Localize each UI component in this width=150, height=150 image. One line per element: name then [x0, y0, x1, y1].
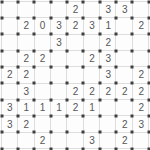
cell-r5c6[interactable] — [83, 67, 99, 83]
cell-r2c9[interactable]: 2 — [133, 17, 149, 33]
cell-r6c1[interactable] — [1, 83, 17, 99]
cell-r3c9[interactable] — [133, 34, 149, 50]
cell-r9c5[interactable] — [67, 133, 83, 149]
cell-r3c1[interactable] — [1, 34, 17, 50]
cell-r7c7[interactable] — [100, 100, 116, 116]
cell-r4c1[interactable] — [1, 50, 17, 66]
cell-r6c9[interactable]: 2 — [133, 83, 149, 99]
cell-r2c7[interactable]: 1 — [100, 17, 116, 33]
cell-r3c8[interactable] — [116, 34, 132, 50]
cell-r8c7[interactable] — [100, 116, 116, 132]
cell-r3c5[interactable] — [67, 34, 83, 50]
cell-r8c1[interactable]: 3 — [1, 116, 17, 132]
cell-r5c8[interactable] — [116, 67, 132, 83]
cell-r4c9[interactable] — [133, 50, 149, 66]
cell-r6c5[interactable]: 2 — [67, 83, 83, 99]
cell-r3c7[interactable]: 2 — [100, 34, 116, 50]
cell-r8c6[interactable] — [83, 116, 99, 132]
cell-r9c1[interactable] — [1, 133, 17, 149]
cell-r5c2[interactable]: 2 — [17, 67, 33, 83]
cell-r1c8[interactable]: 3 — [116, 1, 132, 17]
cell-r9c9[interactable] — [133, 133, 149, 149]
cell-r3c4[interactable]: 3 — [50, 34, 66, 50]
cell-r7c6[interactable]: 1 — [83, 100, 99, 116]
cell-r7c2[interactable]: 1 — [17, 100, 33, 116]
cell-r8c5[interactable] — [67, 116, 83, 132]
cell-r9c6[interactable]: 3 — [83, 133, 99, 149]
cell-r1c2[interactable] — [17, 1, 33, 17]
cell-r2c4[interactable]: 3 — [50, 17, 66, 33]
cell-r4c2[interactable]: 2 — [17, 50, 33, 66]
cell-r8c2[interactable]: 2 — [17, 116, 33, 132]
cell-r4c4[interactable] — [50, 50, 66, 66]
cell-r6c8[interactable]: 2 — [116, 83, 132, 99]
cell-r5c9[interactable]: 2 — [133, 67, 149, 83]
cell-r5c4[interactable] — [50, 67, 66, 83]
cell-r8c8[interactable]: 2 — [116, 116, 132, 132]
cell-r5c3[interactable] — [34, 67, 50, 83]
cell-r2c5[interactable]: 2 — [67, 17, 83, 33]
cell-r4c6[interactable]: 2 — [83, 50, 99, 66]
cell-r3c6[interactable] — [83, 34, 99, 50]
cell-r7c4[interactable]: 1 — [50, 100, 66, 116]
cell-r9c4[interactable] — [50, 133, 66, 149]
cell-r9c2[interactable] — [17, 133, 33, 149]
cell-r1c1[interactable] — [1, 1, 17, 17]
cell-r1c7[interactable]: 3 — [100, 1, 116, 17]
cell-r4c7[interactable]: 3 — [100, 50, 116, 66]
cell-r2c2[interactable]: 2 — [17, 17, 33, 33]
cell-r6c3[interactable] — [34, 83, 50, 99]
cell-r9c3[interactable]: 2 — [34, 133, 50, 149]
cell-r2c1[interactable] — [1, 17, 17, 33]
cell-r3c3[interactable] — [34, 34, 50, 50]
cell-r5c1[interactable]: 2 — [1, 67, 17, 83]
cell-r8c3[interactable] — [34, 116, 50, 132]
cell-r9c7[interactable] — [100, 133, 116, 149]
cell-grid: 2332032312322223223232222231112123223232 — [1, 1, 149, 149]
cell-r7c5[interactable]: 2 — [67, 100, 83, 116]
cell-r9c8[interactable]: 2 — [116, 133, 132, 149]
cell-r7c8[interactable] — [116, 100, 132, 116]
cell-r1c5[interactable]: 2 — [67, 1, 83, 17]
cell-r4c3[interactable]: 2 — [34, 50, 50, 66]
cell-r3c2[interactable] — [17, 34, 33, 50]
cell-r1c3[interactable] — [34, 1, 50, 17]
cell-r6c6[interactable]: 2 — [83, 83, 99, 99]
cell-r4c8[interactable] — [116, 50, 132, 66]
cell-r2c8[interactable] — [116, 17, 132, 33]
cell-r5c7[interactable]: 3 — [100, 67, 116, 83]
cell-r2c6[interactable]: 3 — [83, 17, 99, 33]
cell-r7c1[interactable]: 3 — [1, 100, 17, 116]
cell-r6c2[interactable]: 3 — [17, 83, 33, 99]
cell-r2c3[interactable]: 0 — [34, 17, 50, 33]
cell-r4c5[interactable] — [67, 50, 83, 66]
cell-r6c7[interactable]: 2 — [100, 83, 116, 99]
cell-r1c6[interactable] — [83, 1, 99, 17]
cell-r8c9[interactable]: 3 — [133, 116, 149, 132]
cell-r6c4[interactable] — [50, 83, 66, 99]
cell-r7c9[interactable]: 2 — [133, 100, 149, 116]
cell-r8c4[interactable] — [50, 116, 66, 132]
slitherlink-board: 2332032312322223223232222231112123223232 — [1, 1, 149, 149]
cell-r1c9[interactable] — [133, 1, 149, 17]
cell-r1c4[interactable] — [50, 1, 66, 17]
cell-r7c3[interactable]: 1 — [34, 100, 50, 116]
cell-r5c5[interactable] — [67, 67, 83, 83]
